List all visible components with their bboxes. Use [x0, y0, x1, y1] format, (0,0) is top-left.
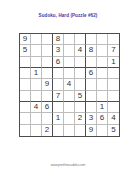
sudoku-cell-r8c3 — [42, 113, 53, 124]
sudoku-cell-r2c8 — [97, 45, 108, 56]
sudoku-cell-r2c7: 8 — [86, 45, 97, 56]
sudoku-cell-r7c8: 1 — [97, 102, 108, 113]
sudoku-cell-r5c8 — [97, 79, 108, 90]
sudoku-cell-r3c6 — [75, 57, 86, 68]
sudoku-cell-r5c1 — [20, 79, 31, 90]
sudoku-cell-r7c6 — [75, 102, 86, 113]
sudoku-cell-r9c4 — [53, 125, 64, 136]
sudoku-cell-r3c2 — [31, 57, 42, 68]
sudoku-cell-r5c7 — [86, 79, 97, 90]
sudoku-cell-r3c5 — [64, 57, 75, 68]
sudoku-cell-r5c5: 4 — [64, 79, 75, 90]
sudoku-cell-r3c1 — [20, 57, 31, 68]
sudoku-cell-r4c6 — [75, 68, 86, 79]
sudoku-cell-r4c2: 1 — [31, 68, 42, 79]
sudoku-cell-r8c1 — [20, 113, 31, 124]
sudoku-cell-r3c4: 6 — [53, 57, 64, 68]
sudoku-cell-r2c1: 5 — [20, 45, 31, 56]
sudoku-cell-r1c1: 9 — [20, 34, 31, 45]
sudoku-cell-r7c4 — [53, 102, 64, 113]
sudoku-cell-r9c8 — [97, 125, 108, 136]
sudoku-cell-r6c7 — [86, 91, 97, 102]
sudoku-board: 98534876116947546112364295 — [19, 33, 120, 137]
sudoku-cell-r1c8 — [97, 34, 108, 45]
sudoku-cell-r6c2 — [31, 91, 42, 102]
sudoku-cell-r4c5 — [64, 68, 75, 79]
sudoku-cell-r8c9: 4 — [108, 113, 119, 124]
sudoku-cell-r2c6: 4 — [75, 45, 86, 56]
sudoku-cell-r6c6: 5 — [75, 91, 86, 102]
sudoku-cell-r9c3: 2 — [42, 125, 53, 136]
sudoku-cell-r2c5 — [64, 45, 75, 56]
sudoku-cell-r8c6: 2 — [75, 113, 86, 124]
sudoku-cell-r9c2 — [31, 125, 42, 136]
sudoku-cell-r5c4 — [53, 79, 64, 90]
sudoku-cell-r6c8 — [97, 91, 108, 102]
sudoku-cell-r7c3: 6 — [42, 102, 53, 113]
sudoku-cell-r4c1 — [20, 68, 31, 79]
sudoku-cell-r7c1 — [20, 102, 31, 113]
sudoku-cell-r6c9 — [108, 91, 119, 102]
sudoku-cell-r2c4: 3 — [53, 45, 64, 56]
sudoku-cell-r3c3 — [42, 57, 53, 68]
sudoku-cell-r4c8 — [97, 68, 108, 79]
sudoku-cell-r5c9 — [108, 79, 119, 90]
sudoku-cell-r4c9 — [108, 68, 119, 79]
sudoku-page: Sudoku, Hard (Puzzle #62) 98534876116947… — [0, 0, 136, 176]
sudoku-cell-r5c3: 9 — [42, 79, 53, 90]
sudoku-cell-r1c7 — [86, 34, 97, 45]
page-title: Sudoku, Hard (Puzzle #62) — [0, 13, 136, 18]
sudoku-cell-r9c7: 9 — [86, 125, 97, 136]
sudoku-cell-r5c6 — [75, 79, 86, 90]
sudoku-cell-r1c6 — [75, 34, 86, 45]
sudoku-cell-r3c7 — [86, 57, 97, 68]
sudoku-cell-r3c8 — [97, 57, 108, 68]
sudoku-cell-r1c5 — [64, 34, 75, 45]
sudoku-cell-r7c7 — [86, 102, 97, 113]
sudoku-cell-r4c7: 6 — [86, 68, 97, 79]
sudoku-cell-r8c2 — [31, 113, 42, 124]
sudoku-cell-r1c2 — [31, 34, 42, 45]
sudoku-cell-r1c9 — [108, 34, 119, 45]
sudoku-cell-r8c7: 3 — [86, 113, 97, 124]
sudoku-cell-r8c4: 1 — [53, 113, 64, 124]
sudoku-cell-r7c5 — [64, 102, 75, 113]
sudoku-cell-r6c4: 7 — [53, 91, 64, 102]
sudoku-cell-r5c2 — [31, 79, 42, 90]
sudoku-cell-r6c3 — [42, 91, 53, 102]
sudoku-cell-r9c6 — [75, 125, 86, 136]
sudoku-cell-r4c3 — [42, 68, 53, 79]
sudoku-cell-r1c3 — [42, 34, 53, 45]
sudoku-cell-r9c1 — [20, 125, 31, 136]
sudoku-cell-r8c8: 6 — [97, 113, 108, 124]
sudoku-cell-r8c5 — [64, 113, 75, 124]
sudoku-cell-r1c4: 8 — [53, 34, 64, 45]
sudoku-cell-r2c9: 7 — [108, 45, 119, 56]
sudoku-cell-r6c5 — [64, 91, 75, 102]
footer-url: www.printfreesudoku.com — [0, 163, 136, 167]
sudoku-cell-r7c9 — [108, 102, 119, 113]
sudoku-cell-r9c9: 5 — [108, 125, 119, 136]
sudoku-cell-r3c9: 1 — [108, 57, 119, 68]
sudoku-cell-r2c2 — [31, 45, 42, 56]
sudoku-cell-r4c4 — [53, 68, 64, 79]
sudoku-cell-r9c5 — [64, 125, 75, 136]
sudoku-cell-r6c1 — [20, 91, 31, 102]
sudoku-cell-r2c3 — [42, 45, 53, 56]
sudoku-cell-r7c2: 4 — [31, 102, 42, 113]
